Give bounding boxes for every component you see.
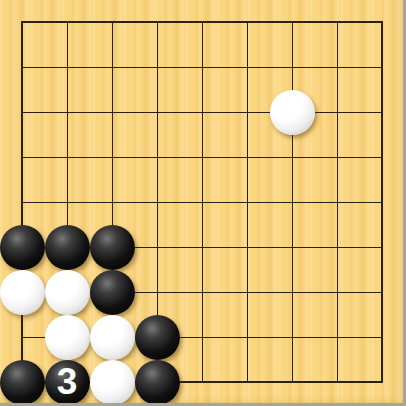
grid-line-vertical [112,45,113,90]
grid-line-vertical [337,270,338,315]
grid-line-vertical [292,315,293,360]
intersection-d3[interactable] [135,270,180,315]
grid-line-vertical [292,360,293,384]
intersection-e5[interactable] [180,180,225,225]
intersection-h5[interactable] [315,180,360,225]
intersection-h7[interactable] [315,90,360,135]
grid-line-vertical [21,45,23,90]
intersection-g5[interactable] [270,180,315,225]
intersection-a1[interactable] [0,360,45,405]
intersection-b2[interactable] [45,315,90,360]
grid-line-vertical [112,90,113,135]
intersection-b7[interactable] [45,90,90,135]
grid-line-horizontal [21,202,45,203]
intersection-a8[interactable] [0,45,45,90]
grid-line-vertical [292,21,293,45]
intersection-d1[interactable] [135,360,180,405]
grid-line-vertical [21,90,23,135]
intersection-b4[interactable] [45,225,90,270]
grid-line-vertical [21,180,23,225]
intersection-g9[interactable] [270,0,315,45]
intersection-d5[interactable] [135,180,180,225]
grid-line-vertical [381,225,383,270]
grid-line-vertical [337,90,338,135]
black-stone [90,225,135,270]
intersection-j1[interactable] [360,360,405,405]
grid-line-horizontal [360,292,384,293]
intersection-h8[interactable] [315,45,360,90]
grid-line-vertical [337,45,338,90]
intersection-f7[interactable] [225,90,270,135]
intersection-d6[interactable] [135,135,180,180]
intersection-g1[interactable] [270,360,315,405]
intersection-b5[interactable] [45,180,90,225]
intersection-b8[interactable] [45,45,90,90]
grid-line-vertical [247,270,248,315]
black-stone [135,360,180,405]
intersection-d8[interactable] [135,45,180,90]
grid-line-vertical [157,270,158,315]
intersection-a6[interactable] [0,135,45,180]
grid-line-horizontal [21,67,45,68]
grid-line-vertical [337,135,338,180]
grid-line-vertical [381,270,383,315]
grid-line-vertical [337,225,338,270]
black-stone [90,270,135,315]
intersection-f2[interactable] [225,315,270,360]
intersection-h2[interactable] [315,315,360,360]
grid-line-vertical [381,360,383,384]
intersection-d9[interactable] [135,0,180,45]
grid-line-vertical [292,270,293,315]
intersection-b9[interactable] [45,0,90,45]
grid-line-vertical [112,135,113,180]
intersection-j5[interactable] [360,180,405,225]
grid-line-vertical [202,90,203,135]
intersection-g8[interactable] [270,45,315,90]
intersection-j2[interactable] [360,315,405,360]
grid-line-vertical [381,45,383,90]
intersection-e9[interactable] [180,0,225,45]
white-stone [90,360,135,405]
grid-line-vertical [381,315,383,360]
grid-line-vertical [202,270,203,315]
grid-line-vertical [381,90,383,135]
intersection-e4[interactable] [180,225,225,270]
board-grid: 3 [0,0,405,405]
black-stone [0,360,45,405]
grid-line-vertical [292,45,293,90]
grid-line-vertical [202,180,203,225]
grid-line-horizontal [360,202,384,203]
black-stone [45,225,90,270]
intersection-e3[interactable] [180,270,225,315]
grid-line-vertical [21,135,23,180]
intersection-c3[interactable] [90,270,135,315]
intersection-a2[interactable] [0,315,45,360]
grid-line-vertical [202,360,203,384]
grid-line-vertical [67,21,68,45]
intersection-a4[interactable] [0,225,45,270]
intersection-b1[interactable]: 3 [45,360,90,405]
intersection-c4[interactable] [90,225,135,270]
grid-line-vertical [67,90,68,135]
intersection-c2[interactable] [90,315,135,360]
white-stone [0,270,45,315]
intersection-g4[interactable] [270,225,315,270]
intersection-j9[interactable] [360,0,405,45]
grid-line-vertical [202,225,203,270]
intersection-f6[interactable] [225,135,270,180]
intersection-c7[interactable] [90,90,135,135]
intersection-b6[interactable] [45,135,90,180]
intersection-h1[interactable] [315,360,360,405]
grid-line-vertical [202,21,203,45]
intersection-e7[interactable] [180,90,225,135]
intersection-j7[interactable] [360,90,405,135]
grid-line-vertical [67,180,68,225]
intersection-g7[interactable] [270,90,315,135]
grid-line-vertical [247,21,248,45]
intersection-c9[interactable] [90,0,135,45]
intersection-g3[interactable] [270,270,315,315]
intersection-f9[interactable] [225,0,270,45]
intersection-f8[interactable] [225,45,270,90]
grid-line-horizontal [360,157,384,158]
grid-line-horizontal [360,112,384,113]
grid-line-vertical [247,180,248,225]
intersection-f3[interactable] [225,270,270,315]
move-number-label: 3 [57,363,78,400]
intersection-d2[interactable] [135,315,180,360]
grid-line-vertical [337,360,338,384]
intersection-h9[interactable] [315,0,360,45]
go-board: 3 [0,0,406,406]
intersection-j6[interactable] [360,135,405,180]
intersection-d7[interactable] [135,90,180,135]
black-stone [135,315,180,360]
white-stone [45,315,90,360]
grid-line-vertical [112,21,113,45]
grid-line-vertical [292,135,293,180]
grid-line-horizontal [360,247,384,248]
white-stone [45,270,90,315]
grid-line-vertical [157,180,158,225]
intersection-g2[interactable] [270,315,315,360]
intersection-h6[interactable] [315,135,360,180]
intersection-e8[interactable] [180,45,225,90]
intersection-c6[interactable] [90,135,135,180]
grid-line-vertical [21,21,23,45]
grid-line-vertical [202,45,203,90]
grid-line-vertical [381,135,383,180]
grid-line-vertical [337,21,338,45]
grid-line-vertical [157,21,158,45]
intersection-c8[interactable] [90,45,135,90]
grid-line-vertical [202,135,203,180]
intersection-b3[interactable] [45,270,90,315]
grid-line-vertical [67,45,68,90]
grid-line-horizontal [360,337,384,338]
intersection-e1[interactable] [180,360,225,405]
grid-line-vertical [247,225,248,270]
intersection-j3[interactable] [360,270,405,315]
grid-line-vertical [157,135,158,180]
intersection-g6[interactable] [270,135,315,180]
intersection-c1[interactable] [90,360,135,405]
black-stone: 3 [45,360,90,405]
white-stone [90,315,135,360]
grid-line-vertical [157,45,158,90]
grid-line-vertical [21,315,23,360]
intersection-e2[interactable] [180,315,225,360]
grid-line-vertical [202,315,203,360]
intersection-h4[interactable] [315,225,360,270]
intersection-j4[interactable] [360,225,405,270]
grid-line-vertical [247,135,248,180]
intersection-a5[interactable] [0,180,45,225]
grid-line-vertical [157,225,158,270]
intersection-e6[interactable] [180,135,225,180]
intersection-c5[interactable] [90,180,135,225]
black-stone [0,225,45,270]
grid-line-horizontal [21,337,45,338]
grid-line-horizontal [21,157,45,158]
intersection-a7[interactable] [0,90,45,135]
grid-line-horizontal [360,67,384,68]
grid-line-vertical [247,360,248,384]
white-stone [270,90,315,135]
grid-line-vertical [337,180,338,225]
intersection-a3[interactable] [0,270,45,315]
intersection-f4[interactable] [225,225,270,270]
intersection-d4[interactable] [135,225,180,270]
grid-line-vertical [337,315,338,360]
intersection-a9[interactable] [0,0,45,45]
grid-line-vertical [247,315,248,360]
grid-line-vertical [381,21,383,45]
grid-line-vertical [112,180,113,225]
intersection-f5[interactable] [225,180,270,225]
grid-line-vertical [381,180,383,225]
grid-line-vertical [247,90,248,135]
grid-line-vertical [157,90,158,135]
intersection-j8[interactable] [360,45,405,90]
grid-line-horizontal [21,21,45,23]
grid-line-vertical [292,180,293,225]
intersection-f1[interactable] [225,360,270,405]
grid-line-horizontal [21,112,45,113]
grid-line-horizontal [360,381,384,383]
grid-line-vertical [67,135,68,180]
grid-line-vertical [292,225,293,270]
intersection-h3[interactable] [315,270,360,315]
grid-line-vertical [247,45,248,90]
grid-line-horizontal [360,21,384,23]
